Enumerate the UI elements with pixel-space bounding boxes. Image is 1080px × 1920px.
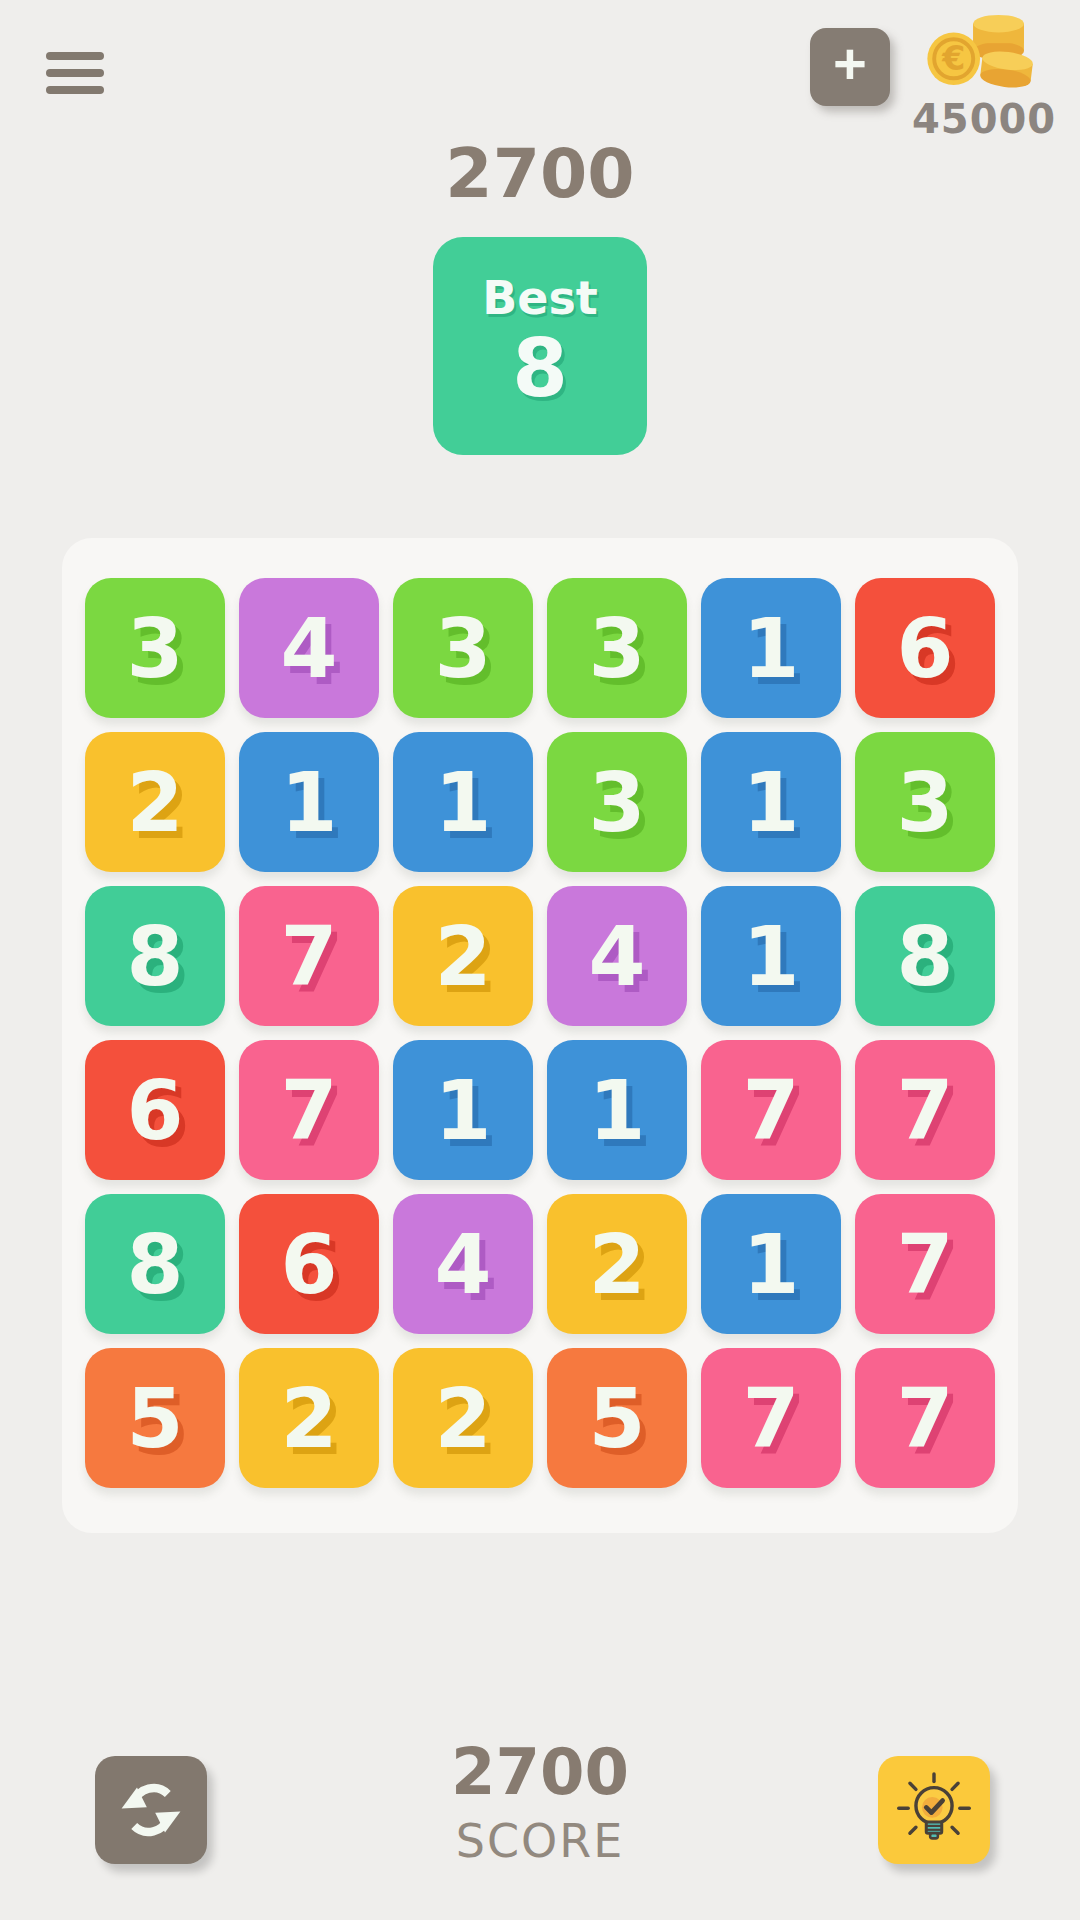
menu-icon	[46, 69, 104, 77]
plus-icon: +	[833, 35, 867, 93]
menu-icon	[46, 86, 104, 94]
tile-r3c4[interactable]: 4	[547, 886, 687, 1026]
add-coins-button[interactable]: +	[810, 28, 890, 106]
tile-r2c3[interactable]: 1	[393, 732, 533, 872]
hint-bulb-icon	[891, 1767, 977, 1853]
tile-r6c4[interactable]: 5	[547, 1348, 687, 1488]
tile-r4c3[interactable]: 1	[393, 1040, 533, 1180]
tile-r5c1[interactable]: 8	[85, 1194, 225, 1334]
tile-r6c2[interactable]: 2	[239, 1348, 379, 1488]
tile-r1c2[interactable]: 4	[239, 578, 379, 718]
tile-r6c1[interactable]: 5	[85, 1348, 225, 1488]
tile-r4c4[interactable]: 1	[547, 1040, 687, 1180]
tile-r2c2[interactable]: 1	[239, 732, 379, 872]
best-badge: Best 8	[433, 237, 647, 455]
tile-r3c1[interactable]: 8	[85, 886, 225, 1026]
top-score: 2700	[0, 134, 1080, 213]
tile-r2c1[interactable]: 2	[85, 732, 225, 872]
coins-icon: €	[921, 10, 1043, 90]
tile-r2c4[interactable]: 3	[547, 732, 687, 872]
tile-r5c3[interactable]: 4	[393, 1194, 533, 1334]
tile-r4c6[interactable]: 7	[855, 1040, 995, 1180]
tile-r2c6[interactable]: 3	[855, 732, 995, 872]
tile-r6c5[interactable]: 7	[701, 1348, 841, 1488]
menu-icon	[46, 52, 104, 60]
tile-r4c2[interactable]: 7	[239, 1040, 379, 1180]
tile-r1c6[interactable]: 6	[855, 578, 995, 718]
tile-r1c5[interactable]: 1	[701, 578, 841, 718]
tile-r1c3[interactable]: 3	[393, 578, 533, 718]
best-value: 8	[433, 329, 647, 409]
game-screen: + € 45000 2700 Best 8	[0, 0, 1080, 1920]
tile-r6c3[interactable]: 2	[393, 1348, 533, 1488]
menu-button[interactable]	[46, 52, 104, 94]
tile-r1c4[interactable]: 3	[547, 578, 687, 718]
tile-r3c6[interactable]: 8	[855, 886, 995, 1026]
tile-r5c2[interactable]: 6	[239, 1194, 379, 1334]
tile-r1c1[interactable]: 3	[85, 578, 225, 718]
tile-r4c5[interactable]: 7	[701, 1040, 841, 1180]
tile-r6c6[interactable]: 7	[855, 1348, 995, 1488]
tile-r5c6[interactable]: 7	[855, 1194, 995, 1334]
svg-text:€: €	[941, 39, 965, 78]
tile-r5c5[interactable]: 1	[701, 1194, 841, 1334]
game-board: 343316211313872418671177864217522577	[62, 538, 1018, 1533]
tile-r3c2[interactable]: 7	[239, 886, 379, 1026]
tile-r3c5[interactable]: 1	[701, 886, 841, 1026]
coin-counter: € 45000	[912, 10, 1052, 142]
tile-r5c4[interactable]: 2	[547, 1194, 687, 1334]
tile-r4c1[interactable]: 6	[85, 1040, 225, 1180]
tile-r2c5[interactable]: 1	[701, 732, 841, 872]
hint-button[interactable]	[878, 1756, 990, 1864]
best-label: Best	[433, 271, 647, 325]
tile-grid: 343316211313872418671177864217522577	[85, 578, 995, 1488]
tile-r3c3[interactable]: 2	[393, 886, 533, 1026]
